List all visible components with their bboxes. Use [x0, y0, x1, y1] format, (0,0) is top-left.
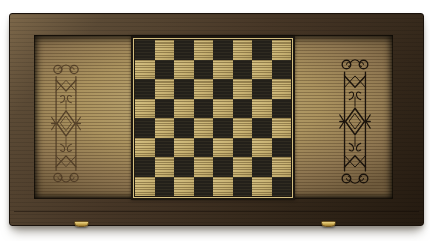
board-square[interactable] — [272, 79, 292, 99]
board-square[interactable] — [213, 99, 233, 119]
board-square[interactable] — [135, 157, 155, 177]
board-square[interactable] — [155, 99, 175, 119]
board-square[interactable] — [272, 138, 292, 158]
board-square[interactable] — [135, 99, 155, 119]
board-square[interactable] — [194, 138, 214, 158]
board-square[interactable] — [233, 99, 253, 119]
board-square[interactable] — [213, 177, 233, 197]
board-square[interactable] — [233, 118, 253, 138]
board-square[interactable] — [233, 157, 253, 177]
board-square[interactable] — [174, 79, 194, 99]
board-square[interactable] — [194, 118, 214, 138]
board-square[interactable] — [155, 157, 175, 177]
latch-left — [74, 221, 89, 227]
board-square[interactable] — [213, 60, 233, 80]
board-square[interactable] — [252, 118, 272, 138]
chess-board — [135, 40, 291, 196]
board-square[interactable] — [194, 157, 214, 177]
board-square[interactable] — [174, 99, 194, 119]
board-square[interactable] — [252, 40, 272, 60]
game-case — [9, 13, 424, 226]
board-square[interactable] — [272, 177, 292, 197]
board-square[interactable] — [174, 60, 194, 80]
filigree-right-icon — [336, 54, 374, 189]
board-square[interactable] — [194, 177, 214, 197]
board-square[interactable] — [213, 118, 233, 138]
scene-background — [0, 0, 430, 241]
board-square[interactable] — [252, 99, 272, 119]
board-square[interactable] — [135, 177, 155, 197]
board-square[interactable] — [174, 177, 194, 197]
board-square[interactable] — [213, 157, 233, 177]
board-square[interactable] — [135, 79, 155, 99]
board-square[interactable] — [194, 60, 214, 80]
board-square[interactable] — [135, 138, 155, 158]
chess-board-border — [133, 38, 293, 198]
board-square[interactable] — [252, 157, 272, 177]
board-square[interactable] — [155, 138, 175, 158]
board-square[interactable] — [135, 118, 155, 138]
board-square[interactable] — [213, 79, 233, 99]
board-square[interactable] — [174, 40, 194, 60]
board-square[interactable] — [252, 138, 272, 158]
board-square[interactable] — [194, 40, 214, 60]
board-square[interactable] — [213, 138, 233, 158]
board-square[interactable] — [272, 118, 292, 138]
board-square[interactable] — [272, 40, 292, 60]
board-square[interactable] — [252, 60, 272, 80]
board-square[interactable] — [155, 40, 175, 60]
board-square[interactable] — [155, 60, 175, 80]
board-square[interactable] — [272, 157, 292, 177]
board-square[interactable] — [194, 99, 214, 119]
board-square[interactable] — [252, 177, 272, 197]
board-square[interactable] — [252, 79, 272, 99]
board-square[interactable] — [155, 79, 175, 99]
board-square[interactable] — [174, 118, 194, 138]
ornament-right — [336, 54, 374, 189]
board-square[interactable] — [135, 40, 155, 60]
board-square[interactable] — [272, 60, 292, 80]
board-square[interactable] — [174, 157, 194, 177]
board-square[interactable] — [174, 138, 194, 158]
board-square[interactable] — [233, 79, 253, 99]
ornament-left — [48, 59, 84, 188]
board-square[interactable] — [194, 79, 214, 99]
board-square[interactable] — [155, 118, 175, 138]
filigree-left-icon — [48, 59, 84, 188]
board-square[interactable] — [135, 60, 155, 80]
board-square[interactable] — [155, 177, 175, 197]
board-square[interactable] — [213, 40, 233, 60]
lid-panel — [34, 35, 393, 199]
board-square[interactable] — [233, 40, 253, 60]
board-square[interactable] — [233, 138, 253, 158]
chess-board-frame — [131, 36, 295, 200]
latch-right — [321, 221, 336, 227]
board-square[interactable] — [272, 99, 292, 119]
board-square[interactable] — [233, 60, 253, 80]
board-square[interactable] — [233, 177, 253, 197]
